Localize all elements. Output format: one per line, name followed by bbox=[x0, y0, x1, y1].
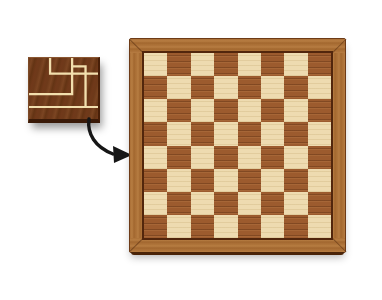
square-h4 bbox=[308, 146, 331, 169]
square-a6 bbox=[144, 99, 167, 122]
square-g4 bbox=[284, 146, 307, 169]
square-b2 bbox=[167, 192, 190, 215]
square-d1 bbox=[214, 215, 237, 238]
square-h5 bbox=[308, 122, 331, 145]
square-d4 bbox=[214, 146, 237, 169]
square-c2 bbox=[191, 192, 214, 215]
square-h3 bbox=[308, 169, 331, 192]
playing-area bbox=[144, 53, 331, 238]
square-g8 bbox=[284, 53, 307, 76]
square-f4 bbox=[261, 146, 284, 169]
square-d3 bbox=[214, 169, 237, 192]
board-frame-bottom bbox=[130, 238, 345, 252]
square-d8 bbox=[214, 53, 237, 76]
square-d6 bbox=[214, 99, 237, 122]
square-g3 bbox=[284, 169, 307, 192]
square-c6 bbox=[191, 99, 214, 122]
square-e2 bbox=[238, 192, 261, 215]
board-frame-top bbox=[130, 39, 345, 53]
square-c5 bbox=[191, 122, 214, 145]
square-h7 bbox=[308, 76, 331, 99]
square-b3 bbox=[167, 169, 190, 192]
board-frame-left bbox=[130, 53, 144, 238]
square-b5 bbox=[167, 122, 190, 145]
square-g1 bbox=[284, 215, 307, 238]
square-f5 bbox=[261, 122, 284, 145]
square-h6 bbox=[308, 99, 331, 122]
square-a2 bbox=[144, 192, 167, 215]
square-e7 bbox=[238, 76, 261, 99]
square-a3 bbox=[144, 169, 167, 192]
square-a8 bbox=[144, 53, 167, 76]
square-b8 bbox=[167, 53, 190, 76]
square-c8 bbox=[191, 53, 214, 76]
square-c7 bbox=[191, 76, 214, 99]
square-e1 bbox=[238, 215, 261, 238]
square-f8 bbox=[261, 53, 284, 76]
product-image bbox=[0, 0, 382, 300]
square-g5 bbox=[284, 122, 307, 145]
square-b7 bbox=[167, 76, 190, 99]
square-d2 bbox=[214, 192, 237, 215]
square-g6 bbox=[284, 99, 307, 122]
square-a5 bbox=[144, 122, 167, 145]
square-b1 bbox=[167, 215, 190, 238]
square-f2 bbox=[261, 192, 284, 215]
board-frame-right bbox=[331, 53, 345, 238]
square-f6 bbox=[261, 99, 284, 122]
square-c3 bbox=[191, 169, 214, 192]
chessboard bbox=[129, 38, 346, 253]
corner-inlay-lines bbox=[29, 58, 98, 119]
square-g7 bbox=[284, 76, 307, 99]
square-f1 bbox=[261, 215, 284, 238]
square-c1 bbox=[191, 215, 214, 238]
square-a7 bbox=[144, 76, 167, 99]
square-c4 bbox=[191, 146, 214, 169]
square-h2 bbox=[308, 192, 331, 215]
square-d5 bbox=[214, 122, 237, 145]
square-e5 bbox=[238, 122, 261, 145]
square-a1 bbox=[144, 215, 167, 238]
square-f3 bbox=[261, 169, 284, 192]
square-e4 bbox=[238, 146, 261, 169]
square-h1 bbox=[308, 215, 331, 238]
square-e3 bbox=[238, 169, 261, 192]
square-d7 bbox=[214, 76, 237, 99]
square-b6 bbox=[167, 99, 190, 122]
square-a4 bbox=[144, 146, 167, 169]
square-g2 bbox=[284, 192, 307, 215]
square-b4 bbox=[167, 146, 190, 169]
square-e6 bbox=[238, 99, 261, 122]
square-e8 bbox=[238, 53, 261, 76]
detail-inset bbox=[28, 57, 100, 123]
square-f7 bbox=[261, 76, 284, 99]
square-h8 bbox=[308, 53, 331, 76]
